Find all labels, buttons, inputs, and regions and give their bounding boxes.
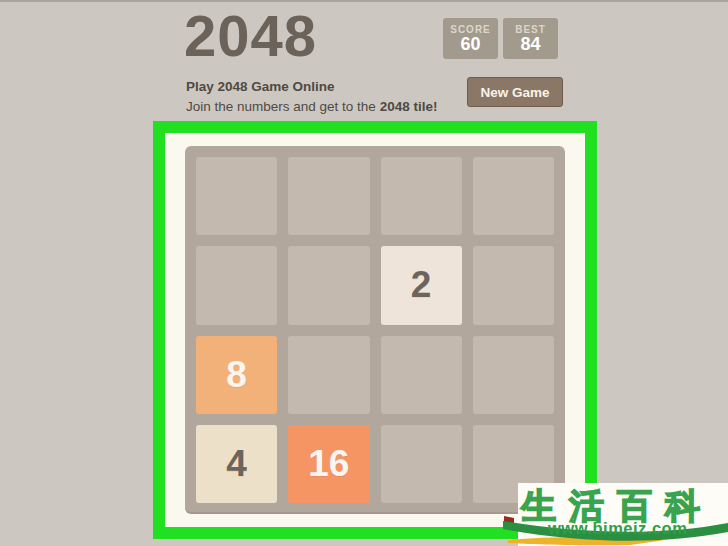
cell-empty-r3c2 (288, 336, 369, 414)
best-value: 84 (503, 35, 558, 53)
cell-empty-r1c4 (473, 157, 554, 235)
tile-8-r3c1: 8 (196, 336, 277, 414)
game-title: 2048 (184, 2, 317, 69)
top-edge-line (0, 0, 728, 2)
score-group: SCORE 60 BEST 84 (443, 18, 558, 59)
cell-empty-r1c1 (196, 157, 277, 235)
score-value: 60 (443, 35, 498, 53)
cell-empty-r3c4 (473, 336, 554, 414)
tile-4-r4c1: 4 (196, 425, 277, 503)
page: 2048 SCORE 60 BEST 84 Play 2048 Game Onl… (0, 0, 728, 546)
board[interactable]: 28416 (185, 146, 565, 514)
cell-empty-r2c1 (196, 246, 277, 324)
watermark: 生活百科 www.bimeiz.com (500, 483, 728, 546)
new-game-button[interactable]: New Game (467, 77, 563, 107)
best-box: BEST 84 (503, 18, 558, 59)
subtitle-text: Join the numbers and get to the (186, 99, 380, 114)
cell-empty-r3c3 (381, 336, 462, 414)
cell-empty-r2c4 (473, 246, 554, 324)
watermark-url: www.bimeiz.com (548, 519, 687, 538)
cell-empty-r1c2 (288, 157, 369, 235)
tile-2-r2c3: 2 (381, 246, 462, 324)
subtitle-goal: 2048 tile! (380, 99, 438, 114)
score-box: SCORE 60 (443, 18, 498, 59)
tagline: Play 2048 Game Online (186, 79, 335, 94)
cell-empty-r4c3 (381, 425, 462, 503)
tile-16-r4c2: 16 (288, 425, 369, 503)
cell-empty-r2c2 (288, 246, 369, 324)
cell-empty-r1c3 (381, 157, 462, 235)
board-highlight-frame: 28416 (153, 121, 597, 539)
subtitle: Join the numbers and get to the 2048 til… (186, 99, 437, 114)
